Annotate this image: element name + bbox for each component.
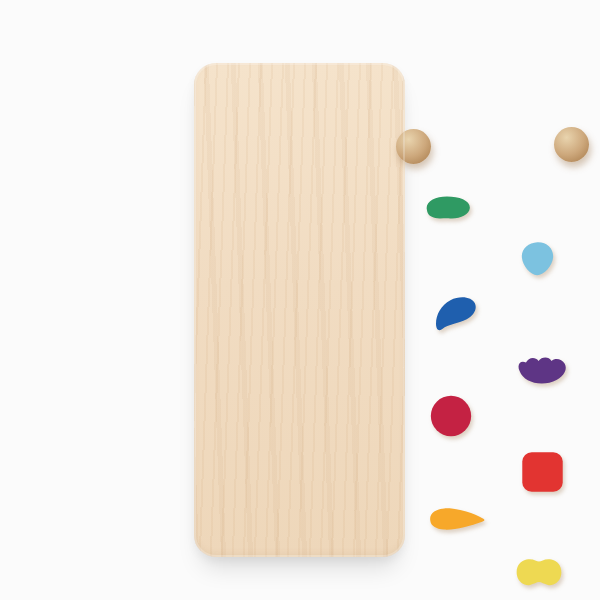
hold-shape — [436, 297, 476, 330]
hold-blue-fin — [429, 294, 480, 333]
hold-yellow-peanut — [514, 555, 564, 589]
hold-shape — [522, 242, 553, 275]
hold-red-square — [521, 451, 564, 493]
hold-shape — [431, 396, 471, 436]
hold-shape — [517, 559, 562, 585]
product-photo — [0, 0, 600, 600]
hold-purple-scallop — [514, 354, 571, 385]
hold-shape — [430, 508, 484, 529]
wooden-peg-top-left — [396, 129, 431, 164]
hold-shape — [427, 197, 470, 219]
hold-orange-teardrop — [426, 506, 487, 532]
wooden-peg-top-right — [554, 127, 589, 162]
hold-shape — [522, 452, 562, 491]
hold-sky-blue-pick — [518, 240, 557, 278]
hold-crimson-circle — [430, 395, 472, 437]
hold-green-bean — [422, 195, 474, 221]
hold-shape — [519, 357, 566, 383]
climbing-board-panel — [194, 63, 405, 557]
